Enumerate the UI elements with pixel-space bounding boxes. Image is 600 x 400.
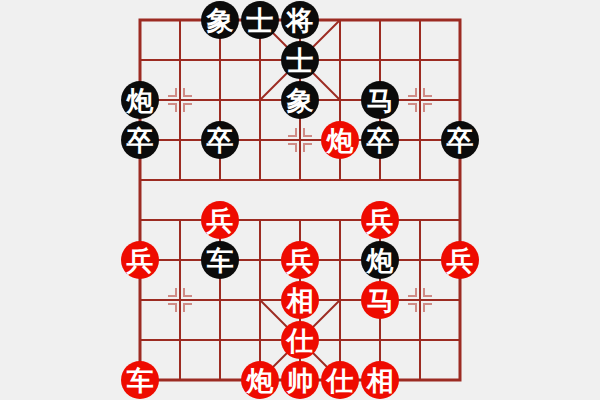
- black-cannon[interactable]: 炮: [361, 241, 399, 279]
- red-pawn[interactable]: 兵: [201, 201, 239, 239]
- black-cannon[interactable]: 炮: [121, 81, 159, 119]
- black-horse[interactable]: 马: [361, 81, 399, 119]
- red-elephant[interactable]: 相: [361, 361, 399, 399]
- red-advisor[interactable]: 仕: [321, 361, 359, 399]
- black-pawn[interactable]: 卒: [201, 121, 239, 159]
- red-horse[interactable]: 马: [361, 281, 399, 319]
- black-advisor[interactable]: 士: [281, 41, 319, 79]
- black-elephant[interactable]: 象: [281, 81, 319, 119]
- red-pawn[interactable]: 兵: [441, 241, 479, 279]
- black-chariot[interactable]: 车: [201, 241, 239, 279]
- red-cannon[interactable]: 炮: [321, 121, 359, 159]
- black-general[interactable]: 将: [281, 1, 319, 39]
- red-advisor[interactable]: 仕: [281, 321, 319, 359]
- red-cannon[interactable]: 炮: [241, 361, 279, 399]
- black-elephant[interactable]: 象: [201, 1, 239, 39]
- black-pawn[interactable]: 卒: [441, 121, 479, 159]
- black-pawn[interactable]: 卒: [361, 121, 399, 159]
- red-pawn[interactable]: 兵: [361, 201, 399, 239]
- red-pawn[interactable]: 兵: [121, 241, 159, 279]
- red-elephant[interactable]: 相: [281, 281, 319, 319]
- black-pawn[interactable]: 卒: [121, 121, 159, 159]
- red-chariot[interactable]: 车: [121, 361, 159, 399]
- black-advisor[interactable]: 士: [241, 1, 279, 39]
- xiangqi-app: 象士将士炮象马卒卒炮卒卒兵兵兵车兵炮兵相马仕车炮帅仕相: [0, 0, 600, 400]
- red-pawn[interactable]: 兵: [281, 241, 319, 279]
- xiangqi-board: 象士将士炮象马卒卒炮卒卒兵兵兵车兵炮兵相马仕车炮帅仕相: [0, 0, 600, 400]
- red-general[interactable]: 帅: [281, 361, 319, 399]
